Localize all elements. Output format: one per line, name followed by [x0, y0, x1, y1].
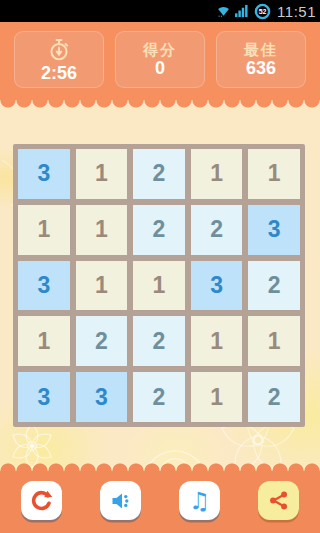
board-cell-r5c4[interactable]: 1 [191, 372, 243, 422]
board-cell-r1c4[interactable]: 1 [191, 149, 243, 199]
board-cell-r2c2[interactable]: 1 [76, 205, 128, 255]
refresh-icon [29, 488, 54, 513]
board-cell-r2c4[interactable]: 2 [191, 205, 243, 255]
header: 2:56 得分 0 最佳 636 [0, 22, 320, 100]
music-note-icon: ♫ [189, 489, 211, 513]
sound-button[interactable] [100, 481, 141, 520]
board-cell-r1c2[interactable]: 1 [76, 149, 128, 199]
wifi-icon [216, 4, 231, 19]
battery-percent: 52 [254, 3, 271, 20]
board-cell-r3c1[interactable]: 3 [18, 261, 70, 311]
best-panel: 最佳 636 [216, 31, 306, 88]
toolbar-wave-edge [0, 463, 320, 471]
board-cell-r5c3[interactable]: 2 [133, 372, 185, 422]
board-cell-r1c5[interactable]: 1 [248, 149, 300, 199]
board-cell-r2c3[interactable]: 2 [133, 205, 185, 255]
share-button[interactable] [258, 481, 299, 520]
board-cell-r4c2[interactable]: 2 [76, 316, 128, 366]
board-cell-r2c5[interactable]: 3 [248, 205, 300, 255]
best-label: 最佳 [244, 42, 278, 57]
stopwatch-icon [47, 38, 71, 62]
board-cell-r5c2[interactable]: 3 [76, 372, 128, 422]
signal-strength-icon [235, 4, 250, 18]
board-cell-r5c5[interactable]: 2 [248, 372, 300, 422]
board-cell-r4c3[interactable]: 2 [133, 316, 185, 366]
board-cell-r3c5[interactable]: 2 [248, 261, 300, 311]
clock-time: 11:51 [277, 3, 316, 20]
board-cell-r1c3[interactable]: 2 [133, 149, 185, 199]
score-label: 得分 [143, 42, 177, 57]
battery-circle-icon: 52 [254, 3, 271, 20]
header-wave-edge [0, 100, 320, 108]
board: 3121111223311321221133212 [13, 144, 305, 427]
board-cell-r3c3[interactable]: 1 [133, 261, 185, 311]
bottom-toolbar: ♫ [0, 471, 320, 533]
board-cell-r4c5[interactable]: 1 [248, 316, 300, 366]
timer-value: 2:56 [41, 64, 77, 82]
music-button[interactable]: ♫ [179, 481, 220, 520]
game-screen: 52 11:51 2:56 得分 [0, 0, 320, 533]
status-bar: 52 11:51 [0, 0, 320, 22]
best-value: 636 [246, 59, 276, 77]
board-cell-r2c1[interactable]: 1 [18, 205, 70, 255]
share-icon [267, 489, 290, 512]
board-cell-r3c4[interactable]: 3 [191, 261, 243, 311]
score-value: 0 [155, 59, 165, 77]
board-cell-r3c2[interactable]: 1 [76, 261, 128, 311]
score-panel: 得分 0 [115, 31, 205, 88]
speaker-icon [109, 489, 133, 513]
board-cell-r4c4[interactable]: 1 [191, 316, 243, 366]
board-cell-r1c1[interactable]: 3 [18, 149, 70, 199]
board-cell-r4c1[interactable]: 1 [18, 316, 70, 366]
timer-panel: 2:56 [14, 31, 104, 88]
restart-button[interactable] [21, 481, 62, 520]
board-cell-r5c1[interactable]: 3 [18, 372, 70, 422]
